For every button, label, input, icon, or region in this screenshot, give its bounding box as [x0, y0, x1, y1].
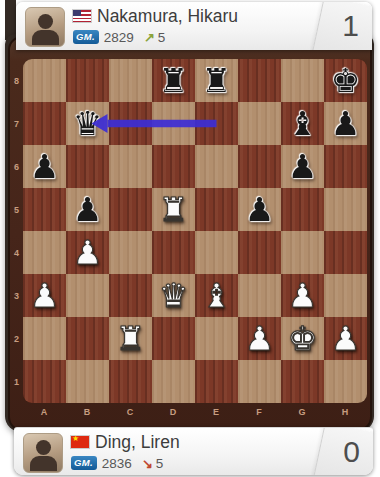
rating-down-arrow-icon: ↘ [142, 456, 153, 471]
black-pawn[interactable]: ♟ [23, 145, 66, 188]
square-a1[interactable] [23, 360, 66, 403]
white-queen[interactable]: ♛ [152, 274, 195, 317]
white-rook[interactable]: ♜ [109, 317, 152, 360]
square-b1[interactable] [66, 360, 109, 403]
score-area-top: 1 [310, 2, 372, 50]
gm-title-badge: GM. [73, 30, 99, 44]
square-d8[interactable]: ♜ [152, 59, 195, 102]
square-g1[interactable] [281, 360, 324, 403]
match-score-top: 1 [342, 9, 359, 43]
rank-label-7: 7 [10, 102, 23, 145]
white-pawn[interactable]: ♟ [23, 274, 66, 317]
file-label-d: D [152, 407, 195, 417]
square-f2[interactable]: ♟ [238, 317, 281, 360]
china-flag-icon: ★ [71, 436, 89, 448]
avatar-torso [30, 456, 57, 471]
square-f3[interactable] [238, 274, 281, 317]
square-c3[interactable] [109, 274, 152, 317]
player-photo-bottom [23, 433, 63, 473]
square-g3[interactable]: ♟ [281, 274, 324, 317]
square-d7[interactable] [152, 102, 195, 145]
square-e4[interactable] [195, 231, 238, 274]
square-b2[interactable] [66, 317, 109, 360]
square-e2[interactable] [195, 317, 238, 360]
square-c2[interactable]: ♜ [109, 317, 152, 360]
square-e6[interactable] [195, 145, 238, 188]
square-d1[interactable] [152, 360, 195, 403]
white-pawn[interactable]: ♟ [238, 317, 281, 360]
square-h7[interactable]: ♟ [324, 102, 367, 145]
square-c4[interactable] [109, 231, 152, 274]
file-label-h: H [324, 407, 367, 417]
square-f1[interactable] [238, 360, 281, 403]
square-c7[interactable] [109, 102, 152, 145]
avatar-torso [32, 30, 59, 45]
square-g6[interactable]: ♟ [281, 145, 324, 188]
player-info-bottom: ★ Ding, Liren GM. 2836 ↘ 5 [71, 431, 307, 472]
square-b7[interactable]: ♛ [66, 102, 109, 145]
square-g4[interactable] [281, 231, 324, 274]
square-b4[interactable]: ♟ [66, 231, 109, 274]
square-h2[interactable]: ♟ [324, 317, 367, 360]
broadcast-board-widget: ♜♜♚♛♝♟♟♟♟♜♟♟♟♛♝♟♜♟♚♟ ABCDEFGH 87654321 N… [0, 0, 380, 477]
square-g7[interactable]: ♝ [281, 102, 324, 145]
square-h1[interactable] [324, 360, 367, 403]
player-rating-bottom: 2836 [102, 456, 132, 471]
black-pawn[interactable]: ♟ [66, 188, 109, 231]
player-photo-top [25, 7, 65, 47]
square-a7[interactable] [23, 102, 66, 145]
square-b8[interactable] [66, 59, 109, 102]
rating-change-bottom: 5 [156, 456, 164, 471]
square-a5[interactable] [23, 188, 66, 231]
square-c1[interactable] [109, 360, 152, 403]
rank-label-3: 3 [10, 274, 23, 317]
square-f5[interactable]: ♟ [238, 188, 281, 231]
square-c6[interactable] [109, 145, 152, 188]
flag-canton [73, 10, 81, 16]
score-divider [310, 2, 372, 50]
gm-title-badge: GM. [71, 456, 97, 470]
square-h8[interactable]: ♚ [324, 59, 367, 102]
white-pawn[interactable]: ♟ [66, 231, 109, 274]
square-f6[interactable] [238, 145, 281, 188]
black-king[interactable]: ♚ [324, 59, 367, 102]
white-pawn[interactable]: ♟ [281, 274, 324, 317]
player-rating-top: 2829 [104, 30, 134, 45]
square-g8[interactable] [281, 59, 324, 102]
score-divider [311, 428, 373, 475]
avatar-head [38, 14, 53, 29]
flag-star: ★ [72, 433, 79, 445]
square-b3[interactable] [66, 274, 109, 317]
square-e1[interactable] [195, 360, 238, 403]
square-e5[interactable] [195, 188, 238, 231]
square-h4[interactable] [324, 231, 367, 274]
rank-label-5: 5 [10, 188, 23, 231]
black-pawn[interactable]: ♟ [281, 145, 324, 188]
white-king[interactable]: ♚ [281, 317, 324, 360]
file-label-b: B [66, 407, 109, 417]
score-area-bottom: 0 [311, 428, 373, 475]
black-pawn[interactable]: ♟ [324, 102, 367, 145]
square-c8[interactable] [109, 59, 152, 102]
square-f4[interactable] [238, 231, 281, 274]
square-a6[interactable]: ♟ [23, 145, 66, 188]
square-d4[interactable] [152, 231, 195, 274]
board-frame: ♜♜♚♛♝♟♟♟♟♜♟♟♟♛♝♟♜♟♚♟ ABCDEFGH 87654321 [8, 36, 372, 431]
square-a2[interactable] [23, 317, 66, 360]
player-info-top: Nakamura, Hikaru GM. 2829 ↗ 5 [73, 5, 306, 46]
square-g2[interactable]: ♚ [281, 317, 324, 360]
player-card-top[interactable]: Nakamura, Hikaru GM. 2829 ↗ 5 1 [16, 2, 372, 50]
square-e8[interactable]: ♜ [195, 59, 238, 102]
square-b5[interactable]: ♟ [66, 188, 109, 231]
chess-board[interactable]: ♜♜♚♛♝♟♟♟♟♜♟♟♟♛♝♟♜♟♚♟ [23, 59, 367, 403]
match-score-bottom: 0 [343, 435, 360, 469]
square-f7[interactable] [238, 102, 281, 145]
square-d6[interactable] [152, 145, 195, 188]
square-d3[interactable]: ♛ [152, 274, 195, 317]
rating-change-top: 5 [158, 30, 166, 45]
player-name-top: Nakamura, Hikaru [97, 6, 238, 27]
white-rook[interactable]: ♜ [152, 188, 195, 231]
square-a4[interactable] [23, 231, 66, 274]
square-h3[interactable] [324, 274, 367, 317]
rank-label-8: 8 [10, 59, 23, 102]
square-c5[interactable] [109, 188, 152, 231]
usa-flag-icon [73, 10, 91, 22]
rank-label-4: 4 [10, 231, 23, 274]
square-a3[interactable]: ♟ [23, 274, 66, 317]
white-bishop[interactable]: ♝ [195, 274, 238, 317]
square-d5[interactable]: ♜ [152, 188, 195, 231]
black-bishop[interactable]: ♝ [281, 102, 324, 145]
square-e3[interactable]: ♝ [195, 274, 238, 317]
player-name-bottom: Ding, Liren [95, 432, 180, 453]
square-e7[interactable] [195, 102, 238, 145]
rating-up-arrow-icon: ↗ [144, 30, 155, 45]
square-b6[interactable] [66, 145, 109, 188]
player-card-bottom[interactable]: ★ Ding, Liren GM. 2836 ↘ 5 0 [14, 427, 373, 475]
rank-label-1: 1 [10, 360, 23, 403]
file-label-e: E [195, 407, 238, 417]
avatar-head [36, 440, 51, 455]
square-f8[interactable] [238, 59, 281, 102]
square-h6[interactable] [324, 145, 367, 188]
board-frame-inner: ♜♜♚♛♝♟♟♟♟♜♟♟♟♛♝♟♜♟♚♟ ABCDEFGH 87654321 [10, 38, 370, 429]
file-label-f: F [238, 407, 281, 417]
file-label-c: C [109, 407, 152, 417]
rank-label-2: 2 [10, 317, 23, 360]
file-label-a: A [23, 407, 66, 417]
black-queen[interactable]: ♛ [66, 102, 109, 145]
square-h5[interactable] [324, 188, 367, 231]
square-g5[interactable] [281, 188, 324, 231]
black-rook[interactable]: ♜ [195, 59, 238, 102]
rank-label-6: 6 [10, 145, 23, 188]
white-pawn[interactable]: ♟ [324, 317, 367, 360]
square-a8[interactable] [23, 59, 66, 102]
square-d2[interactable] [152, 317, 195, 360]
black-rook[interactable]: ♜ [152, 59, 195, 102]
file-label-g: G [281, 407, 324, 417]
black-pawn[interactable]: ♟ [238, 188, 281, 231]
